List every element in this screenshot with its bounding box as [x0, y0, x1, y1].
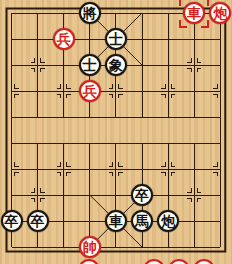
piece-black-elephant[interactable]: 象 — [105, 54, 127, 76]
piece-black-soldier[interactable]: 卒 — [27, 210, 49, 232]
piece-black-soldier[interactable]: 卒 — [131, 184, 153, 206]
piece-red-general[interactable]: 帥 — [79, 236, 101, 258]
piece-black-chariot[interactable]: 車 — [105, 210, 127, 232]
piece-red-soldier[interactable]: 兵 — [53, 28, 75, 50]
piece-red-cannon[interactable]: 炮 — [209, 2, 231, 24]
xiangqi-board: 將車炮兵士士象兵卒卒卒車馬炮帥 — [0, 0, 232, 264]
piece-red-soldier[interactable]: 兵 — [79, 80, 101, 102]
piece-black-cannon[interactable]: 炮 — [157, 210, 179, 232]
piece-black-advisor[interactable]: 士 — [79, 54, 101, 76]
piece-black-advisor[interactable]: 士 — [105, 28, 127, 50]
piece-black-general[interactable]: 將 — [79, 2, 101, 24]
piece-red-chariot[interactable]: 車 — [183, 2, 205, 24]
last-move-indicator — [179, 0, 209, 28]
piece-black-horse[interactable]: 馬 — [131, 210, 153, 232]
piece-layer: 將車炮兵士士象兵卒卒卒車馬炮帥 — [0, 0, 232, 260]
piece-black-soldier[interactable]: 卒 — [1, 210, 23, 232]
